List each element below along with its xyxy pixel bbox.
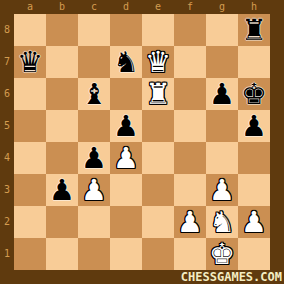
chess-board: ♜♛♞♛♝♜♟♚♟♟♟♟♟♟♟♟♞♟♚ [14, 14, 270, 270]
rank-label-1: 1 [0, 238, 14, 270]
square-f7[interactable] [174, 46, 206, 78]
square-g2[interactable]: ♞ [206, 206, 238, 238]
square-g6[interactable]: ♟ [206, 78, 238, 110]
file-label-g: g [206, 0, 238, 14]
piece-white-pawn[interactable]: ♟ [110, 142, 142, 174]
rank-label-8: 8 [0, 14, 14, 46]
square-h8[interactable]: ♜ [238, 14, 270, 46]
square-d5[interactable]: ♟ [110, 110, 142, 142]
square-e7[interactable]: ♛ [142, 46, 174, 78]
piece-black-rook[interactable]: ♜ [238, 14, 270, 46]
piece-black-king[interactable]: ♚ [238, 78, 270, 110]
rank-label-3: 3 [0, 174, 14, 206]
square-g8[interactable] [206, 14, 238, 46]
piece-white-pawn[interactable]: ♟ [78, 174, 110, 206]
square-c1[interactable] [78, 238, 110, 270]
piece-white-pawn[interactable]: ♟ [174, 206, 206, 238]
square-a1[interactable] [14, 238, 46, 270]
piece-black-pawn[interactable]: ♟ [238, 110, 270, 142]
file-label-e: e [142, 0, 174, 14]
rank-label-7: 7 [0, 46, 14, 78]
file-labels: abcdefgh [14, 0, 270, 14]
square-a4[interactable] [14, 142, 46, 174]
piece-black-bishop[interactable]: ♝ [78, 78, 110, 110]
square-a7[interactable]: ♛ [14, 46, 46, 78]
square-c5[interactable] [78, 110, 110, 142]
square-d4[interactable]: ♟ [110, 142, 142, 174]
square-h6[interactable]: ♚ [238, 78, 270, 110]
file-label-a: a [14, 0, 46, 14]
square-a2[interactable] [14, 206, 46, 238]
square-d1[interactable] [110, 238, 142, 270]
square-e3[interactable] [142, 174, 174, 206]
square-e4[interactable] [142, 142, 174, 174]
square-g3[interactable]: ♟ [206, 174, 238, 206]
square-h2[interactable]: ♟ [238, 206, 270, 238]
square-d3[interactable] [110, 174, 142, 206]
square-a5[interactable] [14, 110, 46, 142]
square-e2[interactable] [142, 206, 174, 238]
piece-white-knight[interactable]: ♞ [206, 206, 238, 238]
file-label-f: f [174, 0, 206, 14]
piece-white-pawn[interactable]: ♟ [206, 174, 238, 206]
rank-label-4: 4 [0, 142, 14, 174]
square-a8[interactable] [14, 14, 46, 46]
square-h7[interactable] [238, 46, 270, 78]
square-d7[interactable]: ♞ [110, 46, 142, 78]
square-e5[interactable] [142, 110, 174, 142]
square-b8[interactable] [46, 14, 78, 46]
chessgames-watermark: CHESSGAMES.COM [181, 270, 282, 284]
square-f8[interactable] [174, 14, 206, 46]
square-b6[interactable] [46, 78, 78, 110]
square-d6[interactable] [110, 78, 142, 110]
square-c4[interactable]: ♟ [78, 142, 110, 174]
piece-black-pawn[interactable]: ♟ [206, 78, 238, 110]
rank-label-2: 2 [0, 206, 14, 238]
file-label-b: b [46, 0, 78, 14]
piece-black-pawn[interactable]: ♟ [78, 142, 110, 174]
piece-black-pawn[interactable]: ♟ [110, 110, 142, 142]
square-f4[interactable] [174, 142, 206, 174]
square-b5[interactable] [46, 110, 78, 142]
piece-black-knight[interactable]: ♞ [110, 46, 142, 78]
square-e1[interactable] [142, 238, 174, 270]
square-b3[interactable]: ♟ [46, 174, 78, 206]
file-label-c: c [78, 0, 110, 14]
piece-white-king[interactable]: ♚ [206, 238, 238, 270]
square-d8[interactable] [110, 14, 142, 46]
square-c7[interactable] [78, 46, 110, 78]
square-g7[interactable] [206, 46, 238, 78]
piece-white-rook[interactable]: ♜ [142, 78, 174, 110]
chess-diagram-frame: abcdefgh 87654321 ♜♛♞♛♝♜♟♚♟♟♟♟♟♟♟♟♞♟♚ CH… [0, 0, 284, 284]
square-b1[interactable] [46, 238, 78, 270]
piece-black-pawn[interactable]: ♟ [46, 174, 78, 206]
square-g1[interactable]: ♚ [206, 238, 238, 270]
rank-label-6: 6 [0, 78, 14, 110]
square-h5[interactable]: ♟ [238, 110, 270, 142]
square-f6[interactable] [174, 78, 206, 110]
square-a3[interactable] [14, 174, 46, 206]
square-h4[interactable] [238, 142, 270, 174]
piece-white-queen[interactable]: ♛ [142, 46, 174, 78]
square-c3[interactable]: ♟ [78, 174, 110, 206]
square-h1[interactable] [238, 238, 270, 270]
rank-labels: 87654321 [0, 14, 14, 270]
square-f1[interactable] [174, 238, 206, 270]
rank-label-5: 5 [0, 110, 14, 142]
file-label-d: d [110, 0, 142, 14]
square-b2[interactable] [46, 206, 78, 238]
square-d2[interactable] [110, 206, 142, 238]
square-c2[interactable] [78, 206, 110, 238]
square-f2[interactable]: ♟ [174, 206, 206, 238]
square-b7[interactable] [46, 46, 78, 78]
square-h3[interactable] [238, 174, 270, 206]
square-g4[interactable] [206, 142, 238, 174]
file-label-h: h [238, 0, 270, 14]
square-f5[interactable] [174, 110, 206, 142]
piece-black-queen[interactable]: ♛ [14, 46, 46, 78]
square-e6[interactable]: ♜ [142, 78, 174, 110]
square-b4[interactable] [46, 142, 78, 174]
square-c8[interactable] [78, 14, 110, 46]
square-f3[interactable] [174, 174, 206, 206]
piece-white-pawn[interactable]: ♟ [238, 206, 270, 238]
square-c6[interactable]: ♝ [78, 78, 110, 110]
square-e8[interactable] [142, 14, 174, 46]
square-a6[interactable] [14, 78, 46, 110]
square-g5[interactable] [206, 110, 238, 142]
